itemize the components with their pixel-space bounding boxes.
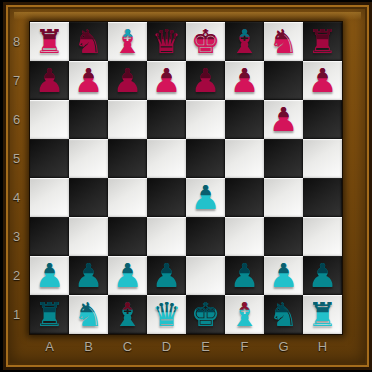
- piece-white-pawn[interactable]: ♟♟: [264, 256, 303, 295]
- file-label-h: H: [303, 334, 342, 358]
- piece-black-pawn[interactable]: ♟♟: [108, 61, 147, 100]
- bishop-icon: ♝: [225, 295, 264, 334]
- pawn-icon: ♟: [225, 61, 264, 100]
- square-e1[interactable]: ♚♚: [186, 295, 225, 334]
- file-labels: ABCDEFGH: [30, 334, 342, 358]
- square-f4[interactable]: [225, 178, 264, 217]
- square-d1[interactable]: ♛♛: [147, 295, 186, 334]
- queen-icon: ♛: [147, 22, 186, 61]
- piece-white-bishop[interactable]: ♝♝: [225, 295, 264, 334]
- square-g5[interactable]: [264, 139, 303, 178]
- square-b5[interactable]: [69, 139, 108, 178]
- rook-icon: ♜: [30, 22, 69, 61]
- square-g3[interactable]: [264, 217, 303, 256]
- piece-black-bishop[interactable]: ♝♝: [225, 22, 264, 61]
- square-g1[interactable]: ♞♞: [264, 295, 303, 334]
- square-h8[interactable]: ♜♜: [303, 22, 342, 61]
- square-b4[interactable]: [69, 178, 108, 217]
- square-c1[interactable]: ♝♝: [108, 295, 147, 334]
- square-e2[interactable]: [186, 256, 225, 295]
- square-h2[interactable]: ♟♟: [303, 256, 342, 295]
- piece-white-pawn[interactable]: ♟♟: [69, 256, 108, 295]
- rank-label-3: 3: [4, 217, 29, 256]
- piece-black-pawn[interactable]: ♟♟: [303, 61, 342, 100]
- rank-label-2: 2: [4, 256, 29, 295]
- rook-icon: ♜: [30, 295, 69, 334]
- frame-gloss-highlight: [14, 12, 361, 20]
- square-b1[interactable]: ♞♞: [69, 295, 108, 334]
- square-c7[interactable]: ♟♟: [108, 61, 147, 100]
- square-h1[interactable]: ♜♜: [303, 295, 342, 334]
- square-f8[interactable]: ♝♝: [225, 22, 264, 61]
- square-e7[interactable]: ♟♟: [186, 61, 225, 100]
- square-c8[interactable]: ♝♝: [108, 22, 147, 61]
- piece-black-bishop[interactable]: ♝♝: [108, 22, 147, 61]
- pawn-icon: ♟: [69, 61, 108, 100]
- pawn-icon: ♟: [108, 256, 147, 295]
- square-a7[interactable]: ♟♟: [30, 61, 69, 100]
- square-h5[interactable]: [303, 139, 342, 178]
- piece-white-pawn[interactable]: ♟♟: [186, 178, 225, 217]
- square-f2[interactable]: ♟♟: [225, 256, 264, 295]
- piece-white-pawn[interactable]: ♟♟: [30, 256, 69, 295]
- piece-black-pawn[interactable]: ♟♟: [69, 61, 108, 100]
- bishop-icon: ♝: [225, 22, 264, 61]
- square-a1[interactable]: ♜♜: [30, 295, 69, 334]
- rank-label-8: 8: [4, 22, 29, 61]
- square-c6[interactable]: [108, 100, 147, 139]
- knight-icon: ♞: [264, 22, 303, 61]
- piece-white-pawn[interactable]: ♟♟: [225, 256, 264, 295]
- square-d4[interactable]: [147, 178, 186, 217]
- king-icon: ♚: [186, 22, 225, 61]
- piece-white-pawn[interactable]: ♟♟: [147, 256, 186, 295]
- pawn-icon: ♟: [30, 61, 69, 100]
- square-h6[interactable]: [303, 100, 342, 139]
- king-icon: ♚: [186, 295, 225, 334]
- piece-black-rook[interactable]: ♜♜: [303, 22, 342, 61]
- square-a2[interactable]: ♟♟: [30, 256, 69, 295]
- square-f5[interactable]: [225, 139, 264, 178]
- square-e6[interactable]: [186, 100, 225, 139]
- square-g4[interactable]: [264, 178, 303, 217]
- rook-icon: ♜: [303, 22, 342, 61]
- knight-icon: ♞: [264, 295, 303, 334]
- queen-icon: ♛: [147, 295, 186, 334]
- file-label-e: E: [186, 334, 225, 358]
- piece-white-pawn[interactable]: ♟♟: [303, 256, 342, 295]
- square-c4[interactable]: [108, 178, 147, 217]
- piece-black-pawn[interactable]: ♟♟: [225, 61, 264, 100]
- rook-icon: ♜: [303, 295, 342, 334]
- rank-labels: 87654321: [4, 22, 29, 334]
- pawn-icon: ♟: [225, 256, 264, 295]
- pawn-icon: ♟: [303, 256, 342, 295]
- piece-black-queen[interactable]: ♛♛: [147, 22, 186, 61]
- square-g6[interactable]: ♟♟: [264, 100, 303, 139]
- pawn-icon: ♟: [264, 256, 303, 295]
- square-f7[interactable]: ♟♟: [225, 61, 264, 100]
- rank-label-7: 7: [4, 61, 29, 100]
- knight-icon: ♞: [69, 295, 108, 334]
- piece-black-pawn[interactable]: ♟♟: [264, 100, 303, 139]
- square-d2[interactable]: ♟♟: [147, 256, 186, 295]
- piece-black-knight[interactable]: ♞♞: [69, 22, 108, 61]
- square-e8[interactable]: ♚♚: [186, 22, 225, 61]
- square-a4[interactable]: [30, 178, 69, 217]
- board: ♜♜♞♞♝♝♛♛♚♚♝♝♞♞♜♜♟♟♟♟♟♟♟♟♟♟♟♟♟♟♟♟♟♟♟♟♟♟♟♟…: [30, 22, 342, 334]
- file-label-b: B: [69, 334, 108, 358]
- piece-white-rook[interactable]: ♜♜: [303, 295, 342, 334]
- square-c2[interactable]: ♟♟: [108, 256, 147, 295]
- piece-white-pawn[interactable]: ♟♟: [108, 256, 147, 295]
- square-d6[interactable]: [147, 100, 186, 139]
- piece-white-knight[interactable]: ♞♞: [69, 295, 108, 334]
- piece-white-rook[interactable]: ♜♜: [30, 295, 69, 334]
- piece-black-rook[interactable]: ♜♜: [30, 22, 69, 61]
- file-label-g: G: [264, 334, 303, 358]
- rank-label-4: 4: [4, 178, 29, 217]
- pawn-icon: ♟: [69, 256, 108, 295]
- square-e3[interactable]: [186, 217, 225, 256]
- piece-black-pawn[interactable]: ♟♟: [147, 61, 186, 100]
- square-a8[interactable]: ♜♜: [30, 22, 69, 61]
- piece-black-pawn[interactable]: ♟♟: [30, 61, 69, 100]
- square-b2[interactable]: ♟♟: [69, 256, 108, 295]
- square-h3[interactable]: [303, 217, 342, 256]
- file-label-f: F: [225, 334, 264, 358]
- rank-label-5: 5: [4, 139, 29, 178]
- square-b8[interactable]: ♞♞: [69, 22, 108, 61]
- piece-white-king[interactable]: ♚♚: [186, 295, 225, 334]
- file-label-d: D: [147, 334, 186, 358]
- square-a3[interactable]: [30, 217, 69, 256]
- bishop-icon: ♝: [108, 295, 147, 334]
- square-g2[interactable]: ♟♟: [264, 256, 303, 295]
- square-h7[interactable]: ♟♟: [303, 61, 342, 100]
- file-label-a: A: [30, 334, 69, 358]
- square-d5[interactable]: [147, 139, 186, 178]
- piece-white-bishop[interactable]: ♝♝: [108, 295, 147, 334]
- square-b3[interactable]: [69, 217, 108, 256]
- pawn-icon: ♟: [186, 178, 225, 217]
- square-d8[interactable]: ♛♛: [147, 22, 186, 61]
- piece-black-king[interactable]: ♚♚: [186, 22, 225, 61]
- square-f3[interactable]: [225, 217, 264, 256]
- square-c5[interactable]: [108, 139, 147, 178]
- square-a6[interactable]: [30, 100, 69, 139]
- chess-app: 87654321 ♜♜♞♞♝♝♛♛♚♚♝♝♞♞♜♜♟♟♟♟♟♟♟♟♟♟♟♟♟♟♟…: [0, 0, 372, 372]
- pawn-icon: ♟: [186, 61, 225, 100]
- bishop-icon: ♝: [108, 22, 147, 61]
- square-g8[interactable]: ♞♞: [264, 22, 303, 61]
- square-b7[interactable]: ♟♟: [69, 61, 108, 100]
- pawn-icon: ♟: [147, 61, 186, 100]
- pawn-icon: ♟: [30, 256, 69, 295]
- knight-icon: ♞: [69, 22, 108, 61]
- square-a5[interactable]: [30, 139, 69, 178]
- pawn-icon: ♟: [264, 100, 303, 139]
- square-e5[interactable]: [186, 139, 225, 178]
- square-d7[interactable]: ♟♟: [147, 61, 186, 100]
- square-c3[interactable]: [108, 217, 147, 256]
- pawn-icon: ♟: [108, 61, 147, 100]
- square-d3[interactable]: [147, 217, 186, 256]
- rank-label-6: 6: [4, 100, 29, 139]
- pawn-icon: ♟: [303, 61, 342, 100]
- rank-label-1: 1: [4, 295, 29, 334]
- piece-white-knight[interactable]: ♞♞: [264, 295, 303, 334]
- file-label-c: C: [108, 334, 147, 358]
- piece-black-knight[interactable]: ♞♞: [264, 22, 303, 61]
- square-e4[interactable]: ♟♟: [186, 178, 225, 217]
- square-h4[interactable]: [303, 178, 342, 217]
- piece-white-queen[interactable]: ♛♛: [147, 295, 186, 334]
- square-f1[interactable]: ♝♝: [225, 295, 264, 334]
- square-g7[interactable]: [264, 61, 303, 100]
- square-f6[interactable]: [225, 100, 264, 139]
- pawn-icon: ♟: [147, 256, 186, 295]
- square-b6[interactable]: [69, 100, 108, 139]
- piece-black-pawn[interactable]: ♟♟: [186, 61, 225, 100]
